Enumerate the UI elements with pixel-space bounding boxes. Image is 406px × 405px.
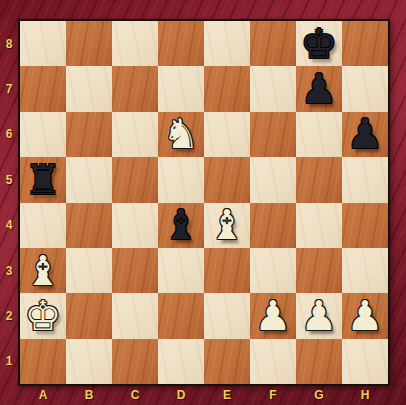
square-a7[interactable] <box>20 66 66 111</box>
square-h7[interactable] <box>342 66 388 111</box>
square-g6[interactable] <box>296 112 342 157</box>
square-f2[interactable]: ♟ <box>250 293 296 338</box>
square-g3[interactable] <box>296 248 342 293</box>
rank-label-2: 2 <box>0 293 18 338</box>
piece-white-bishop[interactable]: ♝ <box>25 249 62 293</box>
square-f6[interactable] <box>250 112 296 157</box>
square-e3[interactable] <box>204 248 250 293</box>
square-e6[interactable] <box>204 112 250 157</box>
file-label-f: F <box>250 384 296 405</box>
square-d8[interactable] <box>158 21 204 66</box>
square-g4[interactable] <box>296 203 342 248</box>
square-h2[interactable]: ♟ <box>342 293 388 338</box>
square-d2[interactable] <box>158 293 204 338</box>
square-f1[interactable] <box>250 339 296 384</box>
file-label-b: B <box>66 384 112 405</box>
square-d6[interactable]: ♞ <box>158 112 204 157</box>
board-frame: ♚♟♞♟♜♝♝♝♚♟♟♟ 87654321ABCDEFGH <box>0 0 406 405</box>
square-e5[interactable] <box>204 157 250 202</box>
square-c2[interactable] <box>112 293 158 338</box>
square-g5[interactable] <box>296 157 342 202</box>
rank-label-3: 3 <box>0 248 18 293</box>
file-label-a: A <box>20 384 66 405</box>
square-e4[interactable]: ♝ <box>204 203 250 248</box>
rank-label-1: 1 <box>0 339 18 384</box>
rank-label-7: 7 <box>0 66 18 111</box>
file-label-g: G <box>296 384 342 405</box>
rank-label-6: 6 <box>0 112 18 157</box>
file-label-c: C <box>112 384 158 405</box>
piece-white-king[interactable]: ♚ <box>25 294 62 338</box>
square-h8[interactable] <box>342 21 388 66</box>
square-g8[interactable]: ♚ <box>296 21 342 66</box>
square-d1[interactable] <box>158 339 204 384</box>
square-c4[interactable] <box>112 203 158 248</box>
square-f5[interactable] <box>250 157 296 202</box>
piece-white-knight[interactable]: ♞ <box>163 112 200 156</box>
rank-label-4: 4 <box>0 203 18 248</box>
square-b4[interactable] <box>66 203 112 248</box>
square-b7[interactable] <box>66 66 112 111</box>
square-a6[interactable] <box>20 112 66 157</box>
chess-board: ♚♟♞♟♜♝♝♝♚♟♟♟ <box>18 19 390 386</box>
square-a8[interactable] <box>20 21 66 66</box>
square-d3[interactable] <box>158 248 204 293</box>
square-f8[interactable] <box>250 21 296 66</box>
square-a5[interactable]: ♜ <box>20 157 66 202</box>
square-c7[interactable] <box>112 66 158 111</box>
square-g2[interactable]: ♟ <box>296 293 342 338</box>
square-e7[interactable] <box>204 66 250 111</box>
square-a4[interactable] <box>20 203 66 248</box>
square-a3[interactable]: ♝ <box>20 248 66 293</box>
square-d7[interactable] <box>158 66 204 111</box>
square-h4[interactable] <box>342 203 388 248</box>
square-g1[interactable] <box>296 339 342 384</box>
square-h3[interactable] <box>342 248 388 293</box>
piece-black-bishop[interactable]: ♝ <box>163 203 200 247</box>
square-d5[interactable] <box>158 157 204 202</box>
file-label-h: H <box>342 384 388 405</box>
piece-white-pawn[interactable]: ♟ <box>301 294 338 338</box>
square-a2[interactable]: ♚ <box>20 293 66 338</box>
square-c5[interactable] <box>112 157 158 202</box>
rank-label-5: 5 <box>0 157 18 202</box>
square-f4[interactable] <box>250 203 296 248</box>
piece-black-king[interactable]: ♚ <box>301 22 338 66</box>
square-b8[interactable] <box>66 21 112 66</box>
square-e8[interactable] <box>204 21 250 66</box>
piece-black-pawn[interactable]: ♟ <box>301 67 338 111</box>
square-d4[interactable]: ♝ <box>158 203 204 248</box>
square-b6[interactable] <box>66 112 112 157</box>
square-c6[interactable] <box>112 112 158 157</box>
square-c1[interactable] <box>112 339 158 384</box>
square-c3[interactable] <box>112 248 158 293</box>
piece-black-rook[interactable]: ♜ <box>25 158 62 202</box>
square-b5[interactable] <box>66 157 112 202</box>
rank-label-8: 8 <box>0 21 18 66</box>
square-b1[interactable] <box>66 339 112 384</box>
piece-black-pawn[interactable]: ♟ <box>347 112 384 156</box>
square-c8[interactable] <box>112 21 158 66</box>
square-e2[interactable] <box>204 293 250 338</box>
square-b2[interactable] <box>66 293 112 338</box>
square-e1[interactable] <box>204 339 250 384</box>
square-a1[interactable] <box>20 339 66 384</box>
square-b3[interactable] <box>66 248 112 293</box>
square-f3[interactable] <box>250 248 296 293</box>
square-g7[interactable]: ♟ <box>296 66 342 111</box>
square-h1[interactable] <box>342 339 388 384</box>
piece-white-bishop[interactable]: ♝ <box>209 203 246 247</box>
piece-white-pawn[interactable]: ♟ <box>347 294 384 338</box>
square-h6[interactable]: ♟ <box>342 112 388 157</box>
square-f7[interactable] <box>250 66 296 111</box>
file-label-d: D <box>158 384 204 405</box>
piece-white-pawn[interactable]: ♟ <box>255 294 292 338</box>
square-h5[interactable] <box>342 157 388 202</box>
file-label-e: E <box>204 384 250 405</box>
